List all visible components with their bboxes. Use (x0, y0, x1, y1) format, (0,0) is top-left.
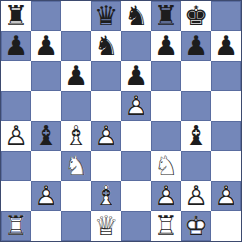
black-rook-icon: ♜ (1, 1, 31, 31)
white-knight-icon: ♘ (61, 151, 91, 181)
square-h4[interactable] (211, 121, 241, 151)
white-pawn-h2[interactable]: ♟♙ (211, 181, 241, 211)
square-d3[interactable] (91, 151, 121, 181)
black-queen-icon: ♛ (91, 1, 121, 31)
square-d1[interactable]: ♛♕ (91, 211, 121, 241)
white-bishop-icon: ♗ (91, 181, 121, 211)
white-pawn-icon: ♙ (211, 181, 241, 211)
white-pawn-g2[interactable]: ♟♙ (181, 181, 211, 211)
black-knight-e8[interactable]: ♞ (121, 1, 151, 31)
white-rook-f1[interactable]: ♜♖ (151, 211, 181, 241)
square-e5[interactable]: ♟♙ (121, 91, 151, 121)
white-pawn-e5[interactable]: ♟♙ (121, 91, 151, 121)
white-pawn-icon: ♙ (151, 181, 181, 211)
square-h1[interactable] (211, 211, 241, 241)
white-knight-icon: ♘ (151, 151, 181, 181)
square-g7[interactable]: ♟ (181, 31, 211, 61)
black-pawn-icon: ♟ (61, 61, 91, 91)
square-a7[interactable]: ♟ (1, 31, 31, 61)
square-a5[interactable] (1, 91, 31, 121)
black-bishop-b4[interactable]: ♝ (31, 121, 61, 151)
white-pawn-f2[interactable]: ♟♙ (151, 181, 181, 211)
black-king-g8[interactable]: ♚ (181, 1, 211, 31)
white-knight-c3[interactable]: ♞♘ (61, 151, 91, 181)
black-queen-d8[interactable]: ♛ (91, 1, 121, 31)
black-pawn-c6[interactable]: ♟ (61, 61, 91, 91)
white-rook-a1[interactable]: ♜♖ (1, 211, 31, 241)
square-e2[interactable] (121, 181, 151, 211)
square-e4[interactable] (121, 121, 151, 151)
black-rook-a8[interactable]: ♜ (1, 1, 31, 31)
square-b5[interactable] (31, 91, 61, 121)
black-pawn-icon: ♟ (31, 31, 61, 61)
white-pawn-b2[interactable]: ♟♙ (31, 181, 61, 211)
black-bishop-icon: ♝ (31, 121, 61, 151)
square-g4[interactable]: ♝ (181, 121, 211, 151)
square-f7[interactable]: ♟ (151, 31, 181, 61)
black-pawn-icon: ♟ (121, 61, 151, 91)
square-f8[interactable]: ♜ (151, 1, 181, 31)
white-queen-icon: ♕ (91, 211, 121, 241)
square-c4[interactable]: ♝♗ (61, 121, 91, 151)
square-d2[interactable]: ♝♗ (91, 181, 121, 211)
square-d8[interactable]: ♛ (91, 1, 121, 31)
black-pawn-h7[interactable]: ♟ (211, 31, 241, 61)
square-f4[interactable] (151, 121, 181, 151)
black-knight-icon: ♞ (121, 1, 151, 31)
black-bishop-g4[interactable]: ♝ (181, 121, 211, 151)
white-king-g1[interactable]: ♚♔ (181, 211, 211, 241)
square-e6[interactable]: ♟ (121, 61, 151, 91)
white-pawn-icon: ♙ (31, 181, 61, 211)
square-e1[interactable] (121, 211, 151, 241)
white-bishop-icon: ♗ (61, 121, 91, 151)
white-bishop-c4[interactable]: ♝♗ (61, 121, 91, 151)
square-g6[interactable] (181, 61, 211, 91)
square-e3[interactable] (121, 151, 151, 181)
square-g8[interactable]: ♚ (181, 1, 211, 31)
square-h3[interactable] (211, 151, 241, 181)
square-h5[interactable] (211, 91, 241, 121)
black-pawn-a7[interactable]: ♟ (1, 31, 31, 61)
square-d7[interactable]: ♞ (91, 31, 121, 61)
black-pawn-f7[interactable]: ♟ (151, 31, 181, 61)
chess-board: ♜♛♞♜♚♟♟♞♟♟♟♟♟♟♙♟♙♝♝♗♟♙♝♞♘♞♘♟♙♝♗♟♙♟♙♟♙♜♖♛… (0, 0, 242, 242)
square-d5[interactable] (91, 91, 121, 121)
white-queen-d1[interactable]: ♛♕ (91, 211, 121, 241)
square-h8[interactable] (211, 1, 241, 31)
square-f2[interactable]: ♟♙ (151, 181, 181, 211)
white-bishop-d2[interactable]: ♝♗ (91, 181, 121, 211)
square-f5[interactable] (151, 91, 181, 121)
black-pawn-icon: ♟ (1, 31, 31, 61)
square-a8[interactable]: ♜ (1, 1, 31, 31)
square-a1[interactable]: ♜♖ (1, 211, 31, 241)
white-pawn-icon: ♙ (1, 121, 31, 151)
square-c2[interactable] (61, 181, 91, 211)
black-pawn-e6[interactable]: ♟ (121, 61, 151, 91)
white-pawn-icon: ♙ (181, 181, 211, 211)
square-h2[interactable]: ♟♙ (211, 181, 241, 211)
square-c5[interactable] (61, 91, 91, 121)
black-knight-icon: ♞ (91, 31, 121, 61)
white-knight-f3[interactable]: ♞♘ (151, 151, 181, 181)
square-c3[interactable]: ♞♘ (61, 151, 91, 181)
square-e7[interactable] (121, 31, 151, 61)
black-pawn-icon: ♟ (151, 31, 181, 61)
white-pawn-d4[interactable]: ♟♙ (91, 121, 121, 151)
square-g2[interactable]: ♟♙ (181, 181, 211, 211)
white-rook-icon: ♖ (1, 211, 31, 241)
square-a2[interactable] (1, 181, 31, 211)
black-pawn-icon: ♟ (181, 31, 211, 61)
square-b6[interactable] (31, 61, 61, 91)
black-king-icon: ♚ (181, 1, 211, 31)
square-a4[interactable]: ♟♙ (1, 121, 31, 151)
square-c1[interactable] (61, 211, 91, 241)
square-c7[interactable] (61, 31, 91, 61)
black-rook-f8[interactable]: ♜ (151, 1, 181, 31)
square-e8[interactable]: ♞ (121, 1, 151, 31)
square-b8[interactable] (31, 1, 61, 31)
white-pawn-a4[interactable]: ♟♙ (1, 121, 31, 151)
black-pawn-icon: ♟ (211, 31, 241, 61)
square-b3[interactable] (31, 151, 61, 181)
square-g5[interactable] (181, 91, 211, 121)
square-a3[interactable] (1, 151, 31, 181)
white-pawn-icon: ♙ (91, 121, 121, 151)
square-f1[interactable]: ♜♖ (151, 211, 181, 241)
square-g3[interactable] (181, 151, 211, 181)
square-f3[interactable]: ♞♘ (151, 151, 181, 181)
square-f6[interactable] (151, 61, 181, 91)
white-pawn-icon: ♙ (121, 91, 151, 121)
black-pawn-g7[interactable]: ♟ (181, 31, 211, 61)
white-rook-icon: ♖ (151, 211, 181, 241)
square-c6[interactable]: ♟ (61, 61, 91, 91)
white-king-icon: ♔ (181, 211, 211, 241)
square-b1[interactable] (31, 211, 61, 241)
square-c8[interactable] (61, 1, 91, 31)
square-h6[interactable] (211, 61, 241, 91)
black-pawn-b7[interactable]: ♟ (31, 31, 61, 61)
square-b4[interactable]: ♝ (31, 121, 61, 151)
square-h7[interactable]: ♟ (211, 31, 241, 61)
square-g1[interactable]: ♚♔ (181, 211, 211, 241)
square-d4[interactable]: ♟♙ (91, 121, 121, 151)
square-d6[interactable] (91, 61, 121, 91)
square-a6[interactable] (1, 61, 31, 91)
square-b2[interactable]: ♟♙ (31, 181, 61, 211)
black-bishop-icon: ♝ (181, 121, 211, 151)
black-rook-icon: ♜ (151, 1, 181, 31)
square-b7[interactable]: ♟ (31, 31, 61, 61)
black-knight-d7[interactable]: ♞ (91, 31, 121, 61)
